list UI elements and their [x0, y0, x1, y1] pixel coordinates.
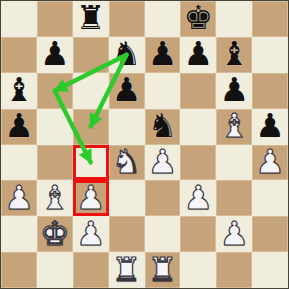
square-f7[interactable]: ♟: [180, 37, 216, 73]
square-g2[interactable]: ♟: [216, 216, 252, 252]
square-d5[interactable]: [109, 109, 145, 145]
square-f5[interactable]: [180, 109, 216, 145]
square-h6[interactable]: [252, 73, 288, 109]
piece-black-pawn[interactable]: ♟: [148, 37, 178, 70]
square-g6[interactable]: ♟: [216, 73, 252, 109]
square-c8[interactable]: ♜: [73, 1, 109, 37]
piece-white-pawn[interactable]: ♟: [219, 217, 249, 250]
square-a7[interactable]: [1, 37, 37, 73]
square-c5[interactable]: [73, 109, 109, 145]
square-c4[interactable]: [73, 145, 109, 181]
square-e6[interactable]: [145, 73, 181, 109]
square-h4[interactable]: ♟: [252, 145, 288, 181]
square-f2[interactable]: [180, 216, 216, 252]
square-g8[interactable]: [216, 1, 252, 37]
square-b4[interactable]: [37, 145, 73, 181]
piece-white-rook[interactable]: ♜: [148, 253, 178, 286]
square-c1[interactable]: [73, 252, 109, 288]
piece-white-pawn[interactable]: ♟: [4, 181, 34, 214]
square-g3[interactable]: [216, 180, 252, 216]
square-a3[interactable]: ♟: [1, 180, 37, 216]
square-g1[interactable]: [216, 252, 252, 288]
piece-black-pawn[interactable]: ♟: [112, 73, 142, 106]
square-c2[interactable]: ♟: [73, 216, 109, 252]
square-g7[interactable]: ♝: [216, 37, 252, 73]
piece-white-bishop[interactable]: ♝: [219, 109, 249, 142]
square-d1[interactable]: ♜: [109, 252, 145, 288]
square-h8[interactable]: [252, 1, 288, 37]
chess-board: ♜♚♟♞♟♟♝♝♟♟♟♞♝♟♞♟♟♟♝♟♟♚♟♟♜♜: [0, 0, 289, 289]
piece-white-king[interactable]: ♚: [40, 217, 70, 250]
square-h3[interactable]: [252, 180, 288, 216]
piece-white-pawn[interactable]: ♟: [76, 217, 106, 250]
piece-black-pawn[interactable]: ♟: [184, 37, 214, 70]
square-f1[interactable]: [180, 252, 216, 288]
piece-white-pawn[interactable]: ♟: [255, 145, 285, 178]
square-h5[interactable]: ♟: [252, 109, 288, 145]
piece-white-pawn[interactable]: ♟: [76, 181, 106, 214]
square-b8[interactable]: [37, 1, 73, 37]
piece-black-knight[interactable]: ♞: [112, 37, 142, 70]
piece-black-pawn[interactable]: ♟: [40, 37, 70, 70]
square-e3[interactable]: [145, 180, 181, 216]
piece-black-pawn[interactable]: ♟: [219, 73, 249, 106]
piece-black-bishop[interactable]: ♝: [219, 37, 249, 70]
square-d4[interactable]: ♞: [109, 145, 145, 181]
square-g4[interactable]: [216, 145, 252, 181]
square-h7[interactable]: [252, 37, 288, 73]
square-c3[interactable]: ♟: [73, 180, 109, 216]
piece-white-pawn[interactable]: ♟: [184, 181, 214, 214]
piece-black-bishop[interactable]: ♝: [4, 73, 34, 106]
square-e5[interactable]: ♞: [145, 109, 181, 145]
square-d8[interactable]: [109, 1, 145, 37]
square-a6[interactable]: ♝: [1, 73, 37, 109]
piece-black-pawn[interactable]: ♟: [4, 109, 34, 142]
square-b5[interactable]: [37, 109, 73, 145]
square-d6[interactable]: ♟: [109, 73, 145, 109]
square-b2[interactable]: ♚: [37, 216, 73, 252]
square-f6[interactable]: [180, 73, 216, 109]
square-a4[interactable]: [1, 145, 37, 181]
piece-black-pawn[interactable]: ♟: [255, 109, 285, 142]
square-a8[interactable]: [1, 1, 37, 37]
square-e2[interactable]: [145, 216, 181, 252]
square-c7[interactable]: [73, 37, 109, 73]
square-e7[interactable]: ♟: [145, 37, 181, 73]
square-d3[interactable]: [109, 180, 145, 216]
piece-white-knight[interactable]: ♞: [112, 145, 142, 178]
square-a1[interactable]: [1, 252, 37, 288]
piece-white-rook[interactable]: ♜: [112, 253, 142, 286]
square-f8[interactable]: ♚: [180, 1, 216, 37]
piece-black-king[interactable]: ♚: [184, 1, 214, 34]
piece-white-pawn[interactable]: ♟: [148, 145, 178, 178]
square-b1[interactable]: [37, 252, 73, 288]
square-g5[interactable]: ♝: [216, 109, 252, 145]
square-e4[interactable]: ♟: [145, 145, 181, 181]
square-b6[interactable]: [37, 73, 73, 109]
piece-white-bishop[interactable]: ♝: [40, 181, 70, 214]
piece-black-rook[interactable]: ♜: [76, 1, 106, 34]
square-b3[interactable]: ♝: [37, 180, 73, 216]
square-f4[interactable]: [180, 145, 216, 181]
square-e8[interactable]: [145, 1, 181, 37]
square-h2[interactable]: [252, 216, 288, 252]
square-a2[interactable]: [1, 216, 37, 252]
square-h1[interactable]: [252, 252, 288, 288]
square-a5[interactable]: ♟: [1, 109, 37, 145]
board-squares: ♜♚♟♞♟♟♝♝♟♟♟♞♝♟♞♟♟♟♝♟♟♚♟♟♜♜: [0, 0, 289, 289]
square-c6[interactable]: [73, 73, 109, 109]
piece-black-knight[interactable]: ♞: [148, 109, 178, 142]
square-d2[interactable]: [109, 216, 145, 252]
square-e1[interactable]: ♜: [145, 252, 181, 288]
square-d7[interactable]: ♞: [109, 37, 145, 73]
square-b7[interactable]: ♟: [37, 37, 73, 73]
square-f3[interactable]: ♟: [180, 180, 216, 216]
